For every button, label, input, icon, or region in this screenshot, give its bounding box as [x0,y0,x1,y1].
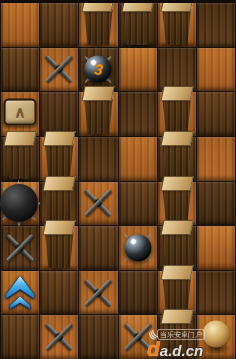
cross-center-pin [95,289,102,296]
cross-center-pin [17,244,24,251]
cell-r5c5 [197,226,235,270]
blue-arrow-tail [10,297,30,310]
block-top-face [43,131,76,146]
cell-r6c4[interactable] [158,271,196,315]
mine-bomb[interactable] [0,184,38,222]
block-front-face [44,189,74,224]
cell-r1c2[interactable]: 3 [79,48,117,92]
cell-r0c1 [40,3,78,47]
block-front-face [123,10,153,45]
cell-r4c0[interactable] [1,182,39,226]
cell-r5c4[interactable] [158,226,196,270]
block-top-face [160,0,193,12]
wooden-block[interactable] [83,0,113,47]
cell-r2c1 [40,92,78,136]
cell-r1c4 [158,48,196,92]
cross-center-pin [95,200,102,207]
cross-mark [42,320,76,354]
cross-mark [42,52,76,86]
blue-arrow-head [6,276,34,298]
cell-r3c5 [197,137,235,181]
block-top-face [82,0,115,12]
cell-r6c3 [119,271,157,315]
cell-r3c2 [79,137,117,181]
cell-r5c0 [1,226,39,270]
bomb-countdown-label: 3 [93,60,103,78]
wooden-block[interactable] [44,220,74,270]
block-top-face [160,86,193,101]
chevron-up-icon: ∧ [15,105,26,120]
cell-r3c1[interactable] [40,137,78,181]
block-top-face [82,86,115,101]
cell-r5c3[interactable] [119,226,157,270]
wooden-block[interactable] [123,0,153,47]
cell-r3c0[interactable] [1,137,39,181]
cell-r1c3 [119,48,157,92]
game-screen: 3∧ ((( 当乐安卓门户 d a.d.cn [0,0,236,359]
cross-center-pin [56,334,63,341]
block-front-face [162,189,192,224]
cell-r2c4[interactable] [158,92,196,136]
arrow-plate[interactable]: ∧ [4,99,37,126]
wooden-block[interactable] [162,0,192,47]
block-top-face [43,176,76,191]
cross-mark [3,231,37,265]
block-front-face [44,233,74,268]
cell-r0c3[interactable] [119,3,157,47]
cell-r3c3 [119,137,157,181]
cell-r1c5 [197,48,235,92]
mine-body [0,184,38,222]
block-top-face [3,131,36,146]
block-top-face [160,265,193,280]
cell-r0c5 [197,3,235,47]
block-front-face [83,10,113,45]
cell-r5c2 [79,226,117,270]
block-top-face [160,309,193,324]
block-top-face [160,131,193,146]
block-front-face [162,10,192,45]
cell-r1c1 [40,48,78,92]
cell-r7c0 [1,315,39,359]
bomb[interactable] [124,234,151,261]
watermark-url: a.d.cn [160,343,203,359]
watermark: ((( 当乐安卓门户 d a.d.cn [147,329,235,359]
wooden-block[interactable] [162,176,192,226]
cell-r4c3 [119,182,157,226]
wooden-block[interactable] [44,131,74,181]
cell-r2c0[interactable]: ∧ [1,92,39,136]
wooden-block[interactable] [83,86,113,136]
wooden-block[interactable] [162,131,192,181]
block-front-face [5,144,35,179]
cell-r4c5 [197,182,235,226]
cell-r6c1 [40,271,78,315]
cell-r7c1 [40,315,78,359]
block-top-face [121,0,154,12]
cell-r0c4[interactable] [158,3,196,47]
bomb-body [124,234,151,261]
cell-r6c0[interactable] [1,271,39,315]
block-front-face [162,278,192,313]
cross-mark [81,186,115,220]
board: 3∧ [0,0,236,359]
cross-mark [81,276,115,310]
blue-arrow-marker[interactable] [6,276,34,309]
wooden-block[interactable] [162,265,192,315]
wooden-block[interactable] [44,176,74,226]
block-front-face [162,99,192,134]
watermark-portal-name: 当乐安卓门户 [157,329,205,340]
cell-r2c5 [197,92,235,136]
block-front-face [44,144,74,179]
cell-r4c4[interactable] [158,182,196,226]
block-front-face [162,233,192,268]
block-front-face [83,99,113,134]
block-top-face [160,220,193,235]
watermark-logo-letter: d [147,340,160,358]
wooden-block[interactable] [162,86,192,136]
cell-r2c2[interactable] [79,92,117,136]
block-front-face [162,144,192,179]
cell-r6c2 [79,271,117,315]
cell-r7c2 [79,315,117,359]
cell-r1c0 [1,48,39,92]
cell-r3c4[interactable] [158,137,196,181]
block-top-face [43,220,76,235]
cell-r4c1[interactable] [40,182,78,226]
bomb-with-countdown[interactable]: 3 [85,56,112,83]
cross-center-pin [134,334,141,341]
cell-r0c2[interactable] [79,3,117,47]
block-top-face [160,176,193,191]
cell-r2c3 [119,92,157,136]
cell-r6c5 [197,271,235,315]
cell-r0c0 [1,3,39,47]
wooden-block[interactable] [5,131,35,181]
cross-center-pin [56,66,63,73]
cell-r4c2 [79,182,117,226]
cell-r5c1[interactable] [40,226,78,270]
wooden-block[interactable] [162,220,192,270]
